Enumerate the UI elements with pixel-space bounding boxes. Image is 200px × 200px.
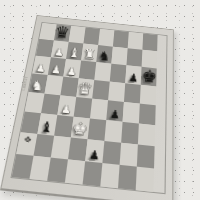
square-e7[interactable]: ♞ bbox=[96, 45, 113, 64]
square-h1[interactable] bbox=[136, 167, 154, 192]
square-b5[interactable] bbox=[45, 75, 64, 95]
square-g2[interactable] bbox=[120, 143, 138, 167]
square-g7[interactable] bbox=[126, 48, 142, 67]
square-e2[interactable]: ♟ bbox=[85, 139, 104, 163]
piece-black-knight-e7[interactable]: ♞ bbox=[96, 49, 112, 63]
piece-black-queen-b8[interactable]: ♛ bbox=[54, 24, 70, 42]
square-h4[interactable] bbox=[139, 104, 156, 126]
chess-board[interactable]: CHAVET ♛♟♝♜♞♟♟♟♟♚♞♛♟♟♝♚❖···♟ bbox=[0, 15, 174, 200]
square-b1[interactable] bbox=[29, 156, 50, 181]
piece-white-pawn-c4[interactable]: ♟ bbox=[58, 103, 75, 116]
piece-white-pawn-c6[interactable]: ♟ bbox=[63, 65, 80, 77]
square-d5[interactable]: ♛ bbox=[76, 78, 94, 98]
square-b3[interactable]: ♝ bbox=[37, 113, 57, 135]
piece-white-bishop-c7[interactable]: ♝ bbox=[66, 46, 82, 60]
piece-black-king-h6[interactable]: ♚ bbox=[141, 67, 158, 85]
square-h8[interactable] bbox=[142, 33, 157, 51]
square-d3[interactable]: ♚ bbox=[71, 117, 90, 140]
square-g3[interactable] bbox=[121, 122, 139, 145]
piece-white-knight-a5[interactable]: ♞ bbox=[29, 78, 46, 93]
square-h3[interactable] bbox=[138, 124, 155, 147]
square-f3[interactable] bbox=[104, 120, 122, 143]
square-a5[interactable]: ♞ bbox=[29, 73, 48, 93]
piece-white-pawn-a6[interactable]: ♟ bbox=[33, 62, 50, 74]
square-f7[interactable] bbox=[111, 47, 127, 66]
square-a1[interactable] bbox=[12, 154, 34, 179]
square-g1[interactable] bbox=[118, 165, 137, 190]
square-e3[interactable] bbox=[88, 118, 107, 141]
square-e4[interactable] bbox=[90, 99, 108, 120]
board-grid[interactable]: ♛♟♝♜♞♟♟♟♟♚♞♛♟♟♝♚❖···♟ bbox=[10, 22, 167, 194]
board-maker-stamp: ❖··· bbox=[18, 135, 37, 148]
square-g4[interactable] bbox=[123, 102, 140, 124]
piece-black-pawn-g6[interactable]: ♟ bbox=[125, 72, 142, 84]
square-f8[interactable] bbox=[113, 30, 129, 48]
square-g8[interactable] bbox=[128, 32, 144, 50]
square-e8[interactable] bbox=[98, 29, 114, 47]
square-h6[interactable]: ♚ bbox=[141, 67, 157, 87]
square-b8[interactable]: ♛ bbox=[54, 24, 71, 42]
piece-black-bishop-b3[interactable]: ♝ bbox=[38, 119, 56, 135]
square-f2[interactable] bbox=[102, 141, 121, 165]
photo-background: CHAVET ♛♟♝♜♞♟♟♟♟♚♞♛♟♟♝♚❖···♟ bbox=[0, 0, 200, 200]
piece-white-pawn-b7[interactable]: ♟ bbox=[51, 46, 67, 58]
piece-black-pawn-f4[interactable]: ♟ bbox=[106, 108, 123, 121]
square-f5[interactable] bbox=[108, 82, 125, 102]
square-c6[interactable]: ♟ bbox=[63, 59, 81, 78]
square-f6[interactable] bbox=[110, 64, 127, 84]
square-e5[interactable] bbox=[92, 80, 110, 100]
piece-white-king-d3[interactable]: ♚ bbox=[71, 120, 89, 138]
square-f1[interactable] bbox=[100, 163, 119, 188]
square-f4[interactable]: ♟ bbox=[106, 100, 124, 122]
square-e1[interactable] bbox=[83, 161, 103, 186]
square-h2[interactable] bbox=[137, 145, 155, 169]
square-c1[interactable] bbox=[47, 158, 68, 183]
piece-white-queen-d5[interactable]: ♛ bbox=[76, 81, 94, 98]
square-g6[interactable]: ♟ bbox=[125, 65, 141, 85]
piece-white-pawn-b6[interactable]: ♟ bbox=[48, 64, 65, 76]
square-d6[interactable] bbox=[79, 60, 96, 79]
piece-black-pawn-e2[interactable]: ♟ bbox=[85, 148, 103, 162]
piece-white-rook-d7[interactable]: ♜ bbox=[81, 47, 97, 61]
square-c4[interactable]: ♟ bbox=[57, 95, 76, 116]
square-e6[interactable] bbox=[94, 62, 111, 81]
square-g5[interactable] bbox=[124, 83, 141, 104]
square-h5[interactable] bbox=[140, 85, 156, 106]
